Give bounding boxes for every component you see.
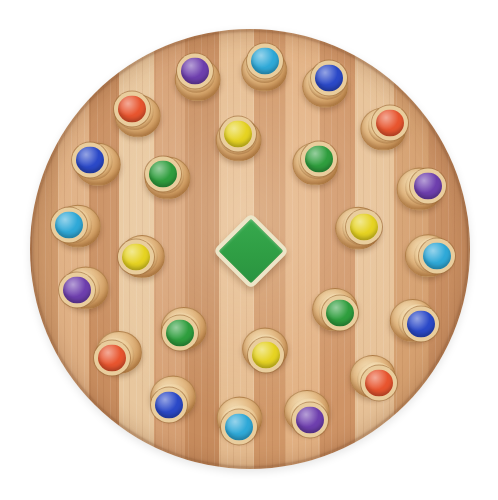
purple-peg-top [296,407,324,434]
green-peg-top [326,300,354,327]
blue-peg-top [407,311,435,338]
green-peg-top [166,320,194,347]
purple-peg-top [414,173,442,200]
cyan-peg-top [55,212,83,239]
green-peg-top [305,146,333,173]
yellow-peg-top [252,342,280,369]
blue-peg-top [315,65,343,92]
purple-peg-top [181,58,209,85]
orange-peg-top [118,96,146,123]
memory-game-photo [0,0,498,500]
cyan-peg-top [225,414,253,441]
blue-peg-top [155,392,183,419]
cyan-peg-top [251,48,279,75]
orange-peg-top [376,110,404,137]
cyan-peg-top [423,243,451,270]
green-peg-top [149,161,177,188]
blue-peg-top [76,147,104,174]
purple-peg-top [63,277,91,304]
orange-peg-top [365,370,393,397]
yellow-peg-top [350,214,378,241]
orange-peg-top [98,345,126,372]
yellow-peg-top [122,244,150,271]
yellow-peg-top [224,121,252,148]
